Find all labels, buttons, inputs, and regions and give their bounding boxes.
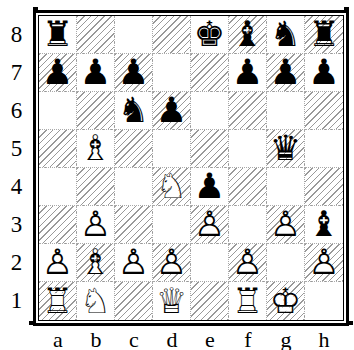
- white-king-icon: ♚♔: [267, 282, 304, 320]
- black-pawn-icon: ♟: [191, 168, 228, 205]
- piece-glyph: ♟: [305, 54, 343, 91]
- piece-glyph: ♗: [77, 244, 114, 281]
- square-g8[interactable]: ♞: [267, 16, 305, 54]
- rank-label-7: 7: [0, 54, 33, 92]
- square-a8[interactable]: ♜: [39, 16, 77, 54]
- chess-board: ♜♚♝♞♜♟♟♟♟♟♟♞♟♝♗♛♞♘♟♟♙♟♙♟♙♝♟♙♝♗♟♙♟♙♟♙♟♙♜♖…: [39, 16, 343, 320]
- frame-corner-bottom-right: [347, 321, 353, 325]
- square-c6[interactable]: ♞: [115, 92, 153, 130]
- file-label-g: g: [267, 329, 305, 350]
- square-f4[interactable]: [229, 168, 267, 206]
- black-rook-icon: ♜: [39, 16, 76, 53]
- square-g3[interactable]: ♟♙: [267, 206, 305, 244]
- square-d7[interactable]: [153, 54, 191, 92]
- rank-labels: 8 7 6 5 4 3 2 1: [0, 10, 33, 320]
- piece-glyph: ♙: [229, 244, 266, 281]
- piece-glyph: ♖: [39, 282, 76, 320]
- rank-label-1: 1: [0, 282, 33, 320]
- square-f3[interactable]: [229, 206, 267, 244]
- piece-glyph: ♟: [267, 54, 304, 91]
- square-b2[interactable]: ♝♗: [77, 244, 115, 282]
- file-labels: a b c d e f g h: [39, 329, 354, 350]
- piece-glyph: ♙: [153, 244, 190, 281]
- piece-glyph: ♙: [305, 244, 343, 281]
- square-b4[interactable]: [77, 168, 115, 206]
- piece-glyph: ♘: [77, 282, 114, 320]
- square-g1[interactable]: ♚♔: [267, 282, 305, 320]
- square-g5[interactable]: ♛: [267, 130, 305, 168]
- square-h4[interactable]: [305, 168, 343, 206]
- white-pawn-icon: ♟♙: [77, 206, 114, 243]
- square-a4[interactable]: [39, 168, 77, 206]
- black-bishop-icon: ♝: [229, 16, 266, 53]
- piece-glyph: ♚: [191, 16, 228, 53]
- square-f8[interactable]: ♝: [229, 16, 267, 54]
- rank-label-2: 2: [0, 244, 33, 282]
- file-label-f: f: [229, 329, 267, 350]
- square-g7[interactable]: ♟: [267, 54, 305, 92]
- white-rook-icon: ♜♖: [39, 282, 76, 320]
- square-f6[interactable]: [229, 92, 267, 130]
- square-g4[interactable]: [267, 168, 305, 206]
- piece-glyph: ♜: [305, 16, 343, 53]
- square-d3[interactable]: [153, 206, 191, 244]
- square-d1[interactable]: ♛♕: [153, 282, 191, 320]
- square-h5[interactable]: [305, 130, 343, 168]
- square-h1[interactable]: [305, 282, 343, 320]
- white-rook-icon: ♜♖: [229, 282, 266, 320]
- piece-glyph: ♝: [229, 16, 266, 53]
- square-c2[interactable]: ♟♙: [115, 244, 153, 282]
- black-pawn-icon: ♟: [267, 54, 304, 91]
- piece-glyph: ♝: [305, 206, 343, 243]
- white-pawn-icon: ♟♙: [191, 206, 228, 243]
- square-d6[interactable]: ♟: [153, 92, 191, 130]
- white-queen-icon: ♛♕: [153, 282, 190, 320]
- piece-glyph: ♟: [229, 54, 266, 91]
- rank-label-5: 5: [0, 130, 33, 168]
- black-rook-icon: ♜: [305, 16, 343, 53]
- square-h3[interactable]: ♝: [305, 206, 343, 244]
- piece-glyph: ♘: [153, 168, 190, 205]
- square-e4[interactable]: ♟: [191, 168, 229, 206]
- piece-glyph: ♞: [115, 92, 152, 129]
- piece-glyph: ♟: [77, 54, 114, 91]
- piece-glyph: ♙: [77, 206, 114, 243]
- frame-corner-bottom-left: [29, 321, 35, 325]
- file-label-e: e: [191, 329, 229, 350]
- piece-glyph: ♞: [267, 16, 304, 53]
- piece-glyph: ♔: [267, 282, 304, 320]
- square-f7[interactable]: ♟: [229, 54, 267, 92]
- square-f5[interactable]: [229, 130, 267, 168]
- rank-label-6: 6: [0, 92, 33, 130]
- square-e5[interactable]: [191, 130, 229, 168]
- piece-glyph: ♖: [229, 282, 266, 320]
- piece-glyph: ♙: [267, 206, 304, 243]
- piece-glyph: ♙: [191, 206, 228, 243]
- square-c4[interactable]: [115, 168, 153, 206]
- black-knight-icon: ♞: [115, 92, 152, 129]
- square-g6[interactable]: [267, 92, 305, 130]
- square-b1[interactable]: ♞♘: [77, 282, 115, 320]
- square-e3[interactable]: ♟♙: [191, 206, 229, 244]
- piece-glyph: ♙: [39, 244, 76, 281]
- file-label-h: h: [305, 329, 343, 350]
- rank-label-4: 4: [0, 168, 33, 206]
- black-pawn-icon: ♟: [39, 54, 76, 91]
- white-bishop-icon: ♝♗: [77, 130, 114, 167]
- square-d8[interactable]: [153, 16, 191, 54]
- white-pawn-icon: ♟♙: [267, 206, 304, 243]
- black-king-icon: ♚: [191, 16, 228, 53]
- piece-glyph: ♜: [39, 16, 76, 53]
- white-pawn-icon: ♟♙: [39, 244, 76, 281]
- white-bishop-icon: ♝♗: [77, 244, 114, 281]
- piece-glyph: ♟: [39, 54, 76, 91]
- square-e1[interactable]: [191, 282, 229, 320]
- black-bishop-icon: ♝: [305, 206, 343, 243]
- piece-glyph: ♕: [153, 282, 190, 320]
- file-label-b: b: [77, 329, 115, 350]
- piece-glyph: ♟: [115, 54, 152, 91]
- square-a6[interactable]: [39, 92, 77, 130]
- square-b3[interactable]: ♟♙: [77, 206, 115, 244]
- square-c1[interactable]: [115, 282, 153, 320]
- square-c5[interactable]: [115, 130, 153, 168]
- square-a2[interactable]: ♟♙: [39, 244, 77, 282]
- square-f1[interactable]: ♜♖: [229, 282, 267, 320]
- square-e8[interactable]: ♚: [191, 16, 229, 54]
- file-label-c: c: [115, 329, 153, 350]
- square-c8[interactable]: [115, 16, 153, 54]
- piece-glyph: ♗: [77, 130, 114, 167]
- rank-label-3: 3: [0, 206, 33, 244]
- black-pawn-icon: ♟: [229, 54, 266, 91]
- square-d2[interactable]: ♟♙: [153, 244, 191, 282]
- piece-glyph: ♙: [115, 244, 152, 281]
- piece-glyph: ♟: [191, 168, 228, 205]
- black-pawn-icon: ♟: [77, 54, 114, 91]
- square-d4[interactable]: ♞♘: [153, 168, 191, 206]
- square-f2[interactable]: ♟♙: [229, 244, 267, 282]
- white-knight-icon: ♞♘: [153, 168, 190, 205]
- square-h8[interactable]: ♜: [305, 16, 343, 54]
- chess-diagram: 8 7 6 5 4 3 2 1 ♜♚♝♞♜♟♟♟♟♟♟♞♟♝♗♛♞♘♟♟♙♟♙♟…: [0, 10, 354, 350]
- square-b6[interactable]: [77, 92, 115, 130]
- square-e7[interactable]: [191, 54, 229, 92]
- white-pawn-icon: ♟♙: [153, 244, 190, 281]
- board-frame: ♜♚♝♞♜♟♟♟♟♟♟♞♟♝♗♛♞♘♟♟♙♟♙♟♙♝♟♙♝♗♟♙♟♙♟♙♟♙♜♖…: [33, 10, 349, 326]
- square-g2[interactable]: [267, 244, 305, 282]
- square-e6[interactable]: [191, 92, 229, 130]
- piece-glyph: ♟: [153, 92, 190, 129]
- square-a7[interactable]: ♟: [39, 54, 77, 92]
- square-b7[interactable]: ♟: [77, 54, 115, 92]
- frame-corner-top-left: [33, 7, 38, 11]
- black-knight-icon: ♞: [267, 16, 304, 53]
- square-h6[interactable]: [305, 92, 343, 130]
- board-inner-border: ♜♚♝♞♜♟♟♟♟♟♟♞♟♝♗♛♞♘♟♟♙♟♙♟♙♝♟♙♝♗♟♙♟♙♟♙♟♙♜♖…: [38, 15, 344, 321]
- black-pawn-icon: ♟: [305, 54, 343, 91]
- piece-glyph: ♛: [267, 130, 304, 167]
- file-label-d: d: [153, 329, 191, 350]
- black-pawn-icon: ♟: [115, 54, 152, 91]
- black-queen-icon: ♛: [267, 130, 304, 167]
- square-a1[interactable]: ♜♖: [39, 282, 77, 320]
- square-c3[interactable]: [115, 206, 153, 244]
- white-pawn-icon: ♟♙: [305, 244, 343, 281]
- white-pawn-icon: ♟♙: [229, 244, 266, 281]
- square-h2[interactable]: ♟♙: [305, 244, 343, 282]
- file-label-a: a: [39, 329, 77, 350]
- square-a3[interactable]: [39, 206, 77, 244]
- square-a5[interactable]: [39, 130, 77, 168]
- black-pawn-icon: ♟: [153, 92, 190, 129]
- frame-corner-top-right: [344, 7, 349, 11]
- white-pawn-icon: ♟♙: [115, 244, 152, 281]
- square-c7[interactable]: ♟: [115, 54, 153, 92]
- rank-label-8: 8: [0, 16, 33, 54]
- square-e2[interactable]: [191, 244, 229, 282]
- square-b5[interactable]: ♝♗: [77, 130, 115, 168]
- square-h7[interactable]: ♟: [305, 54, 343, 92]
- square-b8[interactable]: [77, 16, 115, 54]
- white-knight-icon: ♞♘: [77, 282, 114, 320]
- square-d5[interactable]: [153, 130, 191, 168]
